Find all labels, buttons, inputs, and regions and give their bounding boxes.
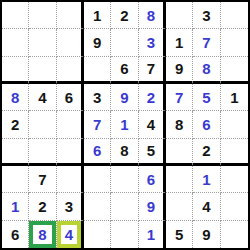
cell-r6c6[interactable]: 5 xyxy=(139,139,166,166)
cell-r8c8[interactable]: 4 xyxy=(193,193,220,220)
cell-r8c6[interactable]: 9 xyxy=(139,193,166,220)
cell-r6c2[interactable] xyxy=(29,139,56,166)
cell-r2c7[interactable]: 1 xyxy=(166,29,193,56)
cell-r2c3[interactable] xyxy=(57,29,84,56)
cell-r8c4[interactable] xyxy=(84,193,111,220)
cell-r5c4[interactable]: 7 xyxy=(84,111,111,138)
cell-r3c4[interactable] xyxy=(84,57,111,84)
cell-r4c4[interactable]: 3 xyxy=(84,84,111,111)
cell-r5c8[interactable]: 6 xyxy=(193,111,220,138)
cell-r8c1[interactable]: 1 xyxy=(2,193,29,220)
cell-r8c7[interactable] xyxy=(166,193,193,220)
cell-r5c1[interactable]: 2 xyxy=(2,111,29,138)
cell-r8c5[interactable] xyxy=(111,193,138,220)
cell-r2c1[interactable] xyxy=(2,29,29,56)
cell-r7c5[interactable] xyxy=(111,166,138,193)
cell-r4c9[interactable]: 1 xyxy=(221,84,248,111)
cell-r6c5[interactable]: 8 xyxy=(111,139,138,166)
cell-r3c5[interactable]: 6 xyxy=(111,57,138,84)
cell-r6c1[interactable] xyxy=(2,139,29,166)
cell-r6c8[interactable]: 2 xyxy=(193,139,220,166)
cell-r6c9[interactable] xyxy=(221,139,248,166)
cell-r7c9[interactable] xyxy=(221,166,248,193)
cell-r9c5[interactable] xyxy=(111,221,138,248)
cell-r4c3[interactable]: 6 xyxy=(57,84,84,111)
cell-r3c9[interactable] xyxy=(221,57,248,84)
cell-r2c6[interactable]: 3 xyxy=(139,29,166,56)
cell-r1c5[interactable]: 2 xyxy=(111,2,138,29)
cell-r9c6[interactable]: 1 xyxy=(139,221,166,248)
cell-r4c7[interactable]: 7 xyxy=(166,84,193,111)
cell-r4c2[interactable]: 4 xyxy=(29,84,56,111)
cell-r1c1[interactable] xyxy=(2,2,29,29)
cell-r9c7[interactable]: 5 xyxy=(166,221,193,248)
cell-r9c2[interactable]: 8 xyxy=(29,221,56,248)
cell-r9c8[interactable]: 9 xyxy=(193,221,220,248)
cell-r7c8[interactable]: 1 xyxy=(193,166,220,193)
cell-r4c5[interactable]: 9 xyxy=(111,84,138,111)
cell-r4c6[interactable]: 2 xyxy=(139,84,166,111)
cell-r6c3[interactable] xyxy=(57,139,84,166)
cell-r4c1[interactable]: 8 xyxy=(2,84,29,111)
cell-r8c9[interactable] xyxy=(221,193,248,220)
cell-r8c3[interactable]: 3 xyxy=(57,193,84,220)
cell-r9c3[interactable]: 4 xyxy=(57,221,84,248)
cell-r7c7[interactable] xyxy=(166,166,193,193)
cell-r5c7[interactable]: 8 xyxy=(166,111,193,138)
cell-r5c6[interactable]: 4 xyxy=(139,111,166,138)
cell-r1c2[interactable] xyxy=(29,2,56,29)
cell-r5c2[interactable] xyxy=(29,111,56,138)
cell-r3c8[interactable]: 8 xyxy=(193,57,220,84)
cell-r9c4[interactable] xyxy=(84,221,111,248)
cell-r9c1[interactable]: 6 xyxy=(2,221,29,248)
cell-r1c4[interactable]: 1 xyxy=(84,2,111,29)
cell-r6c7[interactable] xyxy=(166,139,193,166)
cell-r1c9[interactable] xyxy=(221,2,248,29)
cell-r3c6[interactable]: 7 xyxy=(139,57,166,84)
cell-r2c8[interactable]: 7 xyxy=(193,29,220,56)
cell-r7c3[interactable] xyxy=(57,166,84,193)
cell-r2c4[interactable]: 9 xyxy=(84,29,111,56)
cell-r3c7[interactable]: 9 xyxy=(166,57,193,84)
cell-r1c6[interactable]: 8 xyxy=(139,2,166,29)
cell-r3c1[interactable] xyxy=(2,57,29,84)
cell-r5c3[interactable] xyxy=(57,111,84,138)
cell-r7c1[interactable] xyxy=(2,166,29,193)
cell-r5c5[interactable]: 1 xyxy=(111,111,138,138)
cell-r1c8[interactable]: 3 xyxy=(193,2,220,29)
cell-r6c4[interactable]: 6 xyxy=(84,139,111,166)
cell-r3c3[interactable] xyxy=(57,57,84,84)
cell-r3c2[interactable] xyxy=(29,57,56,84)
cell-r9c9[interactable] xyxy=(221,221,248,248)
cell-r8c2[interactable]: 2 xyxy=(29,193,56,220)
cell-r7c6[interactable]: 6 xyxy=(139,166,166,193)
cell-r2c9[interactable] xyxy=(221,29,248,56)
cell-r2c5[interactable] xyxy=(111,29,138,56)
cell-r7c4[interactable] xyxy=(84,166,111,193)
cell-r1c3[interactable] xyxy=(57,2,84,29)
cell-r1c7[interactable] xyxy=(166,2,193,29)
cell-r4c8[interactable]: 5 xyxy=(193,84,220,111)
cell-r5c9[interactable] xyxy=(221,111,248,138)
cell-r7c2[interactable]: 7 xyxy=(29,166,56,193)
sudoku-board: 1283931767988463927512714866852761123946… xyxy=(0,0,250,250)
cell-r2c2[interactable] xyxy=(29,29,56,56)
